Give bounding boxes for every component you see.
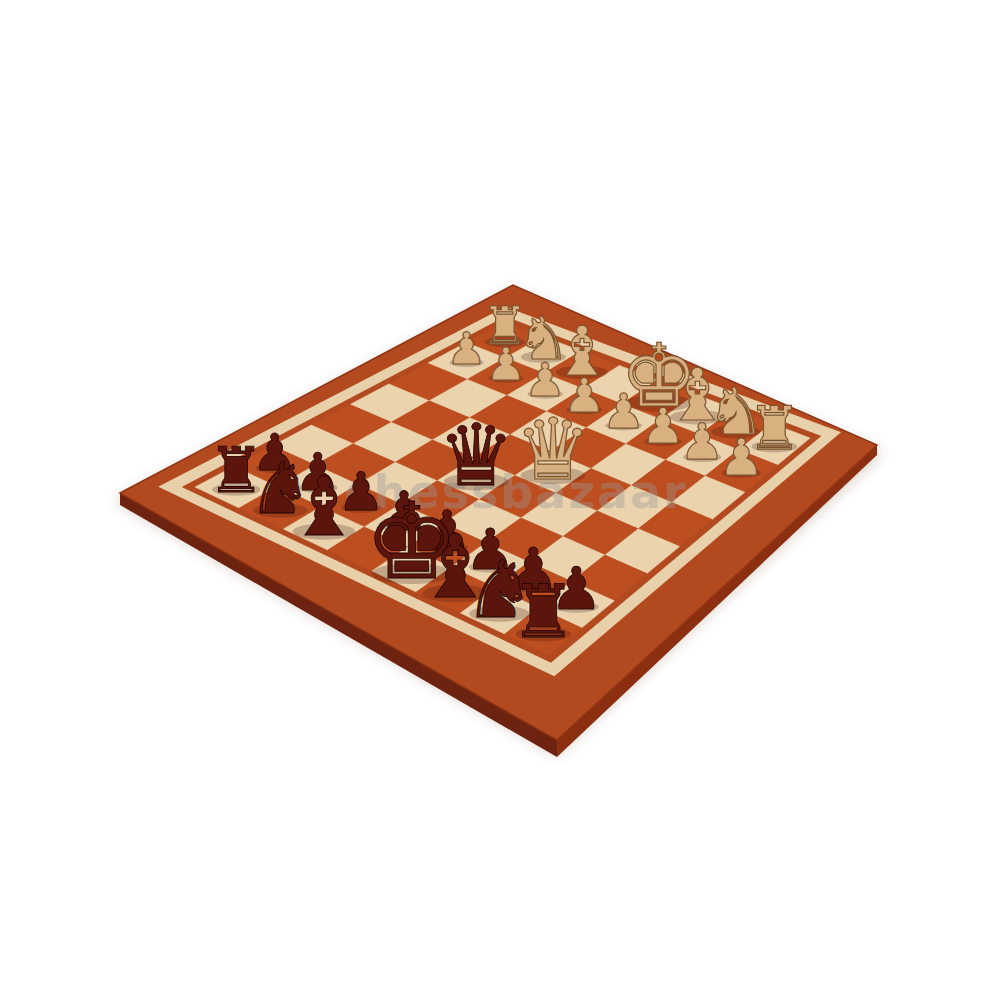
product-photo: chessbazaar ♜♞♟♝♟♟♚♟♝♟♞♟♜♟♟♟♛♛♟♜♟♞♟♝♟♟♚♟… bbox=[0, 0, 1000, 1000]
piece-white-pawn-a2: ♟ bbox=[447, 323, 487, 374]
piece-white-pawn-b2: ♟ bbox=[485, 338, 526, 391]
piece-white-queen-e4: ♛ bbox=[515, 400, 591, 499]
piece-white-pawn-e2: ♟ bbox=[602, 383, 645, 439]
piece-black-bishop-c8: ♝ bbox=[287, 459, 361, 554]
piece-white-pawn-c2: ♟ bbox=[524, 353, 566, 407]
piece-white-pawn-f2: ♟ bbox=[641, 397, 685, 455]
piece-white-pawn-h2: ♟ bbox=[719, 428, 765, 487]
chess-set-photo: chessbazaar ♜♞♟♝♟♟♚♟♝♟♞♟♜♟♟♟♛♛♟♜♟♞♟♝♟♟♚♟… bbox=[0, 0, 1000, 1000]
piece-black-rook-h8: ♜ bbox=[510, 569, 576, 654]
